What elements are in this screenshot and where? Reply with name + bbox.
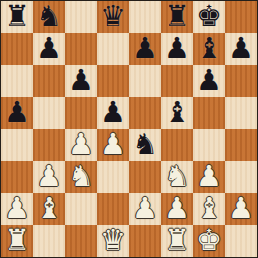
square-f3[interactable]: ♞ — [161, 161, 193, 193]
square-h4[interactable] — [225, 129, 257, 161]
piece-black-king: ♚ — [196, 0, 222, 32]
piece-black-bishop: ♝ — [164, 96, 190, 128]
square-a2[interactable]: ♟ — [1, 193, 33, 225]
piece-black-rook: ♜ — [4, 0, 30, 32]
piece-black-queen: ♛ — [100, 0, 126, 32]
square-h8[interactable] — [225, 1, 257, 33]
square-b4[interactable] — [33, 129, 65, 161]
piece-black-pawn: ♟ — [68, 64, 94, 96]
square-c2[interactable] — [65, 193, 97, 225]
square-d7[interactable] — [97, 33, 129, 65]
square-a5[interactable]: ♟ — [1, 97, 33, 129]
square-e7[interactable]: ♟ — [129, 33, 161, 65]
piece-white-knight: ♞ — [68, 160, 94, 192]
square-e1[interactable] — [129, 225, 161, 257]
square-h3[interactable] — [225, 161, 257, 193]
square-f1[interactable]: ♜ — [161, 225, 193, 257]
piece-white-king: ♚ — [196, 224, 222, 256]
square-d1[interactable]: ♛ — [97, 225, 129, 257]
piece-white-pawn: ♟ — [68, 128, 94, 160]
square-d6[interactable] — [97, 65, 129, 97]
square-f5[interactable]: ♝ — [161, 97, 193, 129]
piece-white-rook: ♜ — [4, 224, 30, 256]
square-c5[interactable] — [65, 97, 97, 129]
square-c1[interactable] — [65, 225, 97, 257]
piece-white-queen: ♛ — [100, 224, 126, 256]
piece-white-pawn: ♟ — [132, 192, 158, 224]
square-b8[interactable]: ♞ — [33, 1, 65, 33]
square-g1[interactable]: ♚ — [193, 225, 225, 257]
square-g3[interactable]: ♟ — [193, 161, 225, 193]
square-b7[interactable]: ♟ — [33, 33, 65, 65]
square-c6[interactable]: ♟ — [65, 65, 97, 97]
square-d8[interactable]: ♛ — [97, 1, 129, 33]
square-a7[interactable] — [1, 33, 33, 65]
square-f2[interactable]: ♟ — [161, 193, 193, 225]
square-f4[interactable] — [161, 129, 193, 161]
square-h5[interactable] — [225, 97, 257, 129]
square-a1[interactable]: ♜ — [1, 225, 33, 257]
square-b2[interactable]: ♝ — [33, 193, 65, 225]
square-a8[interactable]: ♜ — [1, 1, 33, 33]
square-g4[interactable] — [193, 129, 225, 161]
square-f7[interactable]: ♟ — [161, 33, 193, 65]
piece-black-pawn: ♟ — [164, 32, 190, 64]
square-b1[interactable] — [33, 225, 65, 257]
piece-black-pawn: ♟ — [196, 64, 222, 96]
square-a3[interactable] — [1, 161, 33, 193]
square-c3[interactable]: ♞ — [65, 161, 97, 193]
piece-white-pawn: ♟ — [4, 192, 30, 224]
piece-black-bishop: ♝ — [196, 32, 222, 64]
square-e3[interactable] — [129, 161, 161, 193]
square-d2[interactable] — [97, 193, 129, 225]
square-g7[interactable]: ♝ — [193, 33, 225, 65]
square-d5[interactable]: ♟ — [97, 97, 129, 129]
square-h2[interactable]: ♟ — [225, 193, 257, 225]
square-d4[interactable]: ♟ — [97, 129, 129, 161]
square-h7[interactable]: ♟ — [225, 33, 257, 65]
square-e5[interactable] — [129, 97, 161, 129]
square-b6[interactable] — [33, 65, 65, 97]
piece-black-pawn: ♟ — [132, 32, 158, 64]
piece-black-pawn: ♟ — [228, 32, 254, 64]
piece-white-bishop: ♝ — [196, 192, 222, 224]
square-a4[interactable] — [1, 129, 33, 161]
square-e6[interactable] — [129, 65, 161, 97]
square-h1[interactable] — [225, 225, 257, 257]
square-b3[interactable]: ♟ — [33, 161, 65, 193]
square-c4[interactable]: ♟ — [65, 129, 97, 161]
chess-board: ♜♞♛♜♚♟♟♟♝♟♟♟♟♟♝♟♟♞♟♞♞♟♟♝♟♟♝♟♜♛♜♚ — [0, 0, 258, 258]
piece-black-rook: ♜ — [164, 0, 190, 32]
square-a6[interactable] — [1, 65, 33, 97]
square-g8[interactable]: ♚ — [193, 1, 225, 33]
piece-white-bishop: ♝ — [36, 192, 62, 224]
piece-black-pawn: ♟ — [4, 96, 30, 128]
piece-black-pawn: ♟ — [100, 96, 126, 128]
piece-white-pawn: ♟ — [164, 192, 190, 224]
piece-white-knight: ♞ — [164, 160, 190, 192]
square-d3[interactable] — [97, 161, 129, 193]
square-g5[interactable] — [193, 97, 225, 129]
square-c8[interactable] — [65, 1, 97, 33]
square-g6[interactable]: ♟ — [193, 65, 225, 97]
square-b5[interactable] — [33, 97, 65, 129]
square-e2[interactable]: ♟ — [129, 193, 161, 225]
piece-white-pawn: ♟ — [196, 160, 222, 192]
square-f6[interactable] — [161, 65, 193, 97]
square-e4[interactable]: ♞ — [129, 129, 161, 161]
piece-white-rook: ♜ — [164, 224, 190, 256]
square-e8[interactable] — [129, 1, 161, 33]
square-h6[interactable] — [225, 65, 257, 97]
piece-black-knight: ♞ — [132, 128, 158, 160]
piece-black-knight: ♞ — [36, 0, 62, 32]
piece-black-pawn: ♟ — [36, 32, 62, 64]
square-f8[interactable]: ♜ — [161, 1, 193, 33]
piece-white-pawn: ♟ — [228, 192, 254, 224]
piece-white-pawn: ♟ — [36, 160, 62, 192]
piece-white-pawn: ♟ — [100, 128, 126, 160]
square-g2[interactable]: ♝ — [193, 193, 225, 225]
square-c7[interactable] — [65, 33, 97, 65]
